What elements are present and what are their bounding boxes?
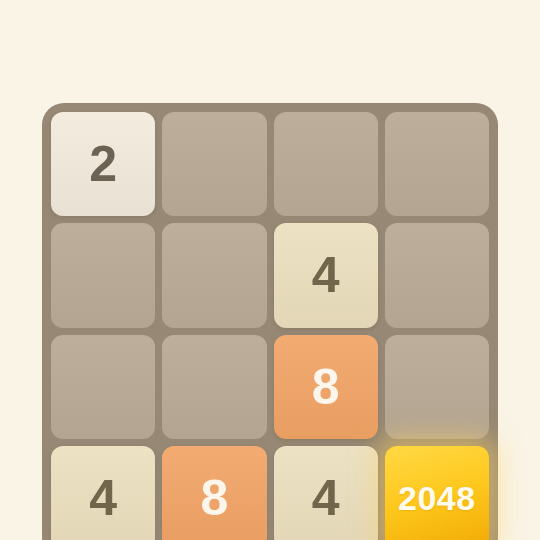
empty-cell-r3c2 — [162, 335, 266, 439]
tile-4-r2c3: 4 — [274, 223, 378, 327]
empty-cell-r2c1 — [51, 223, 155, 327]
empty-cell-r1c3 — [274, 112, 378, 216]
empty-cell-r2c4 — [385, 223, 489, 327]
tile-8-r3c3: 8 — [274, 335, 378, 439]
empty-cell-r1c4 — [385, 112, 489, 216]
tile-8-r4c2: 8 — [162, 446, 266, 540]
empty-cell-r2c2 — [162, 223, 266, 327]
tile-2048-r4c4: 2048 — [385, 446, 489, 540]
game-stage: 2484842048 — [0, 0, 540, 540]
tile-4-r4c1: 4 — [51, 446, 155, 540]
empty-cell-r3c4 — [385, 335, 489, 439]
tile-4-r4c3: 4 — [274, 446, 378, 540]
empty-cell-r3c1 — [51, 335, 155, 439]
game-board-2048[interactable]: 2484842048 — [42, 103, 498, 540]
tile-2-r1c1: 2 — [51, 112, 155, 216]
empty-cell-r1c2 — [162, 112, 266, 216]
